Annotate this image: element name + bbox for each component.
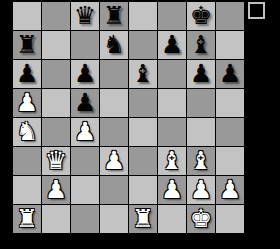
chess-board: ♛♜♚♜♞♟♝♟♟♝♟♟♟♟♞♟♛♟♝♝♟♟♟♟♜♜♚ bbox=[12, 1, 245, 234]
black-pawn[interactable]: ♟ bbox=[161, 31, 183, 59]
black-bishop[interactable]: ♝ bbox=[190, 31, 212, 59]
square-h5[interactable] bbox=[216, 89, 244, 117]
white-pawn[interactable]: ♟ bbox=[190, 176, 212, 204]
square-g8[interactable]: ♚ bbox=[187, 2, 215, 30]
square-c2[interactable] bbox=[71, 176, 99, 204]
square-c3[interactable] bbox=[71, 147, 99, 175]
square-f6[interactable] bbox=[158, 60, 186, 88]
square-h4[interactable] bbox=[216, 118, 244, 146]
white-pawn[interactable]: ♟ bbox=[16, 89, 38, 117]
white-bishop[interactable]: ♝ bbox=[190, 147, 212, 175]
square-f2[interactable]: ♟ bbox=[158, 176, 186, 204]
side-to-move-indicator bbox=[248, 2, 265, 19]
white-pawn[interactable]: ♟ bbox=[219, 176, 241, 204]
black-king[interactable]: ♚ bbox=[190, 2, 212, 30]
square-b2[interactable]: ♟ bbox=[42, 176, 70, 204]
square-d7[interactable]: ♞ bbox=[100, 31, 128, 59]
square-b8[interactable] bbox=[42, 2, 70, 30]
white-pawn[interactable]: ♟ bbox=[74, 118, 96, 146]
white-rook[interactable]: ♜ bbox=[132, 205, 154, 233]
square-g5[interactable] bbox=[187, 89, 215, 117]
square-h7[interactable] bbox=[216, 31, 244, 59]
square-h1[interactable] bbox=[216, 205, 244, 233]
square-g7[interactable]: ♝ bbox=[187, 31, 215, 59]
chess-diagram: ♛♜♚♜♞♟♝♟♟♝♟♟♟♟♞♟♛♟♝♝♟♟♟♟♜♜♚ bbox=[0, 0, 280, 249]
square-c4[interactable]: ♟ bbox=[71, 118, 99, 146]
square-e5[interactable] bbox=[129, 89, 157, 117]
square-e1[interactable]: ♜ bbox=[129, 205, 157, 233]
square-c5[interactable]: ♟ bbox=[71, 89, 99, 117]
square-g3[interactable]: ♝ bbox=[187, 147, 215, 175]
square-b7[interactable] bbox=[42, 31, 70, 59]
white-knight[interactable]: ♞ bbox=[16, 118, 38, 146]
square-h6[interactable]: ♟ bbox=[216, 60, 244, 88]
square-a3[interactable] bbox=[13, 147, 41, 175]
square-h2[interactable]: ♟ bbox=[216, 176, 244, 204]
square-f8[interactable] bbox=[158, 2, 186, 30]
white-rook[interactable]: ♜ bbox=[16, 205, 38, 233]
square-d5[interactable] bbox=[100, 89, 128, 117]
white-pawn[interactable]: ♟ bbox=[45, 176, 67, 204]
black-rook[interactable]: ♜ bbox=[16, 31, 38, 59]
black-bishop[interactable]: ♝ bbox=[132, 60, 154, 88]
black-pawn[interactable]: ♟ bbox=[219, 60, 241, 88]
square-e8[interactable] bbox=[129, 2, 157, 30]
square-a4[interactable]: ♞ bbox=[13, 118, 41, 146]
white-pawn[interactable]: ♟ bbox=[161, 176, 183, 204]
square-b1[interactable] bbox=[42, 205, 70, 233]
square-d4[interactable] bbox=[100, 118, 128, 146]
black-pawn[interactable]: ♟ bbox=[16, 60, 38, 88]
square-b6[interactable] bbox=[42, 60, 70, 88]
square-a7[interactable]: ♜ bbox=[13, 31, 41, 59]
square-c7[interactable] bbox=[71, 31, 99, 59]
square-g1[interactable]: ♚ bbox=[187, 205, 215, 233]
black-rook[interactable]: ♜ bbox=[103, 2, 125, 30]
square-d2[interactable] bbox=[100, 176, 128, 204]
square-f1[interactable] bbox=[158, 205, 186, 233]
square-f3[interactable]: ♝ bbox=[158, 147, 186, 175]
white-queen[interactable]: ♛ bbox=[45, 147, 67, 175]
square-a2[interactable] bbox=[13, 176, 41, 204]
square-b3[interactable]: ♛ bbox=[42, 147, 70, 175]
square-a8[interactable] bbox=[13, 2, 41, 30]
square-a5[interactable]: ♟ bbox=[13, 89, 41, 117]
white-bishop[interactable]: ♝ bbox=[161, 147, 183, 175]
square-b5[interactable] bbox=[42, 89, 70, 117]
square-d8[interactable]: ♜ bbox=[100, 2, 128, 30]
square-b4[interactable] bbox=[42, 118, 70, 146]
square-c8[interactable]: ♛ bbox=[71, 2, 99, 30]
square-h8[interactable] bbox=[216, 2, 244, 30]
square-g6[interactable]: ♟ bbox=[187, 60, 215, 88]
white-pawn[interactable]: ♟ bbox=[103, 147, 125, 175]
square-e6[interactable]: ♝ bbox=[129, 60, 157, 88]
square-e4[interactable] bbox=[129, 118, 157, 146]
black-knight[interactable]: ♞ bbox=[103, 31, 125, 59]
square-c6[interactable]: ♟ bbox=[71, 60, 99, 88]
white-king[interactable]: ♚ bbox=[190, 205, 212, 233]
square-d1[interactable] bbox=[100, 205, 128, 233]
square-e7[interactable] bbox=[129, 31, 157, 59]
square-d6[interactable] bbox=[100, 60, 128, 88]
black-pawn[interactable]: ♟ bbox=[74, 60, 96, 88]
square-f4[interactable] bbox=[158, 118, 186, 146]
square-e3[interactable] bbox=[129, 147, 157, 175]
square-g4[interactable] bbox=[187, 118, 215, 146]
black-pawn[interactable]: ♟ bbox=[74, 89, 96, 117]
square-f7[interactable]: ♟ bbox=[158, 31, 186, 59]
black-pawn[interactable]: ♟ bbox=[190, 60, 212, 88]
square-g2[interactable]: ♟ bbox=[187, 176, 215, 204]
square-c1[interactable] bbox=[71, 205, 99, 233]
square-e2[interactable] bbox=[129, 176, 157, 204]
square-a1[interactable]: ♜ bbox=[13, 205, 41, 233]
square-a6[interactable]: ♟ bbox=[13, 60, 41, 88]
black-queen[interactable]: ♛ bbox=[74, 2, 96, 30]
square-h3[interactable] bbox=[216, 147, 244, 175]
square-d3[interactable]: ♟ bbox=[100, 147, 128, 175]
square-f5[interactable] bbox=[158, 89, 186, 117]
